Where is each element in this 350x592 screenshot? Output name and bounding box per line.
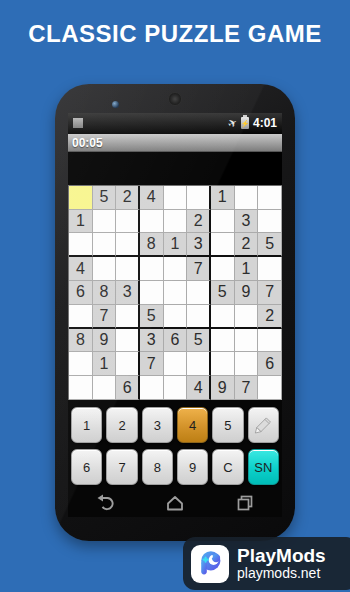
sudoku-cell-r9c9[interactable] <box>258 376 282 400</box>
watermark-app-name: PlayMods <box>237 545 326 566</box>
sudoku-cell-r8c3[interactable] <box>116 352 140 376</box>
sudoku-cell-r8c7[interactable] <box>211 352 235 376</box>
sudoku-cell-r1c1[interactable] <box>69 186 93 210</box>
sudoku-cell-r9c3[interactable]: 6 <box>116 376 140 400</box>
sudoku-cell-r2c9[interactable] <box>258 210 282 234</box>
sudoku-cell-r6c5[interactable] <box>164 305 188 329</box>
sudoku-cell-r3c3[interactable] <box>116 233 140 257</box>
sudoku-cell-r4c9[interactable] <box>258 257 282 281</box>
sudoku-cell-r3c7[interactable] <box>211 233 235 257</box>
sudoku-cell-r6c4[interactable]: 5 <box>140 305 164 329</box>
sudoku-cell-r5c1[interactable]: 6 <box>69 281 93 305</box>
key-8[interactable]: 8 <box>142 449 173 485</box>
front-camera-icon <box>112 101 119 108</box>
sudoku-cell-r5c7[interactable]: 5 <box>211 281 235 305</box>
key-2[interactable]: 2 <box>106 407 137 443</box>
key-7[interactable]: 7 <box>106 449 137 485</box>
sudoku-cell-r8c9[interactable]: 6 <box>258 352 282 376</box>
sudoku-cell-r9c7[interactable]: 9 <box>211 376 235 400</box>
sudoku-cell-r4c3[interactable] <box>116 257 140 281</box>
sudoku-cell-r5c2[interactable]: 8 <box>93 281 117 305</box>
sudoku-cell-r5c5[interactable] <box>164 281 188 305</box>
sudoku-cell-r1c2[interactable]: 5 <box>93 186 117 210</box>
phone-screen: ✈ ⚡ 4:01 00:05 5241123813254716835977528… <box>68 113 282 517</box>
sudoku-cell-r8c4[interactable]: 7 <box>140 352 164 376</box>
game-timer: 00:05 <box>68 134 282 152</box>
pencil-icon <box>253 415 273 435</box>
sudoku-cell-r3c6[interactable]: 3 <box>187 233 211 257</box>
sudoku-cell-r4c4[interactable] <box>140 257 164 281</box>
key-SN[interactable]: SN <box>248 449 279 485</box>
sudoku-cell-r7c8[interactable] <box>235 329 259 353</box>
key-4[interactable]: 4 <box>177 407 208 443</box>
sudoku-cell-r4c1[interactable]: 4 <box>69 257 93 281</box>
sudoku-cell-r9c1[interactable] <box>69 376 93 400</box>
sudoku-cell-r1c4[interactable]: 4 <box>140 186 164 210</box>
earpiece-speaker-icon <box>168 92 182 106</box>
key-9[interactable]: 9 <box>177 449 208 485</box>
sudoku-cell-r8c2[interactable]: 1 <box>93 352 117 376</box>
playmods-logo-icon <box>191 545 229 583</box>
number-keypad: 123456789CSN <box>68 400 282 489</box>
sudoku-cell-r9c2[interactable] <box>93 376 117 400</box>
sudoku-cell-r2c3[interactable] <box>116 210 140 234</box>
phone-frame: ✈ ⚡ 4:01 00:05 5241123813254716835977528… <box>55 84 295 541</box>
sudoku-cell-r7c1[interactable]: 8 <box>69 329 93 353</box>
airplane-mode-icon: ✈ <box>226 116 239 130</box>
key-3[interactable]: 3 <box>142 407 173 443</box>
sudoku-cell-r5c8[interactable]: 9 <box>235 281 259 305</box>
sudoku-cell-r3c9[interactable]: 5 <box>258 233 282 257</box>
sudoku-cell-r4c2[interactable] <box>93 257 117 281</box>
sudoku-cell-r6c8[interactable] <box>235 305 259 329</box>
page-title: CLASSIC PUZZLE GAME <box>0 0 350 48</box>
sudoku-cell-r6c7[interactable] <box>211 305 235 329</box>
sudoku-cell-r5c4[interactable] <box>140 281 164 305</box>
sudoku-cell-r4c5[interactable] <box>164 257 188 281</box>
sudoku-cell-r2c8[interactable]: 3 <box>235 210 259 234</box>
sudoku-cell-r5c3[interactable]: 3 <box>116 281 140 305</box>
sudoku-cell-r5c9[interactable]: 7 <box>258 281 282 305</box>
sudoku-cell-r3c8[interactable]: 2 <box>235 233 259 257</box>
sudoku-cell-r9c8[interactable]: 7 <box>235 376 259 400</box>
sudoku-cell-r4c8[interactable]: 1 <box>235 257 259 281</box>
sudoku-cell-r6c2[interactable]: 7 <box>93 305 117 329</box>
sudoku-cell-r2c7[interactable] <box>211 210 235 234</box>
sudoku-cell-r3c4[interactable]: 8 <box>140 233 164 257</box>
home-button[interactable] <box>165 493 185 513</box>
sudoku-cell-r8c5[interactable] <box>164 352 188 376</box>
android-nav-bar <box>68 489 282 517</box>
key-6[interactable]: 6 <box>71 449 102 485</box>
sudoku-cell-r1c5[interactable] <box>164 186 188 210</box>
sudoku-cell-r8c1[interactable] <box>69 352 93 376</box>
sudoku-cell-r7c3[interactable] <box>116 329 140 353</box>
sudoku-cell-r2c4[interactable] <box>140 210 164 234</box>
sudoku-cell-r6c1[interactable] <box>69 305 93 329</box>
sudoku-cell-r6c3[interactable] <box>116 305 140 329</box>
pencil-key[interactable] <box>248 407 279 443</box>
sudoku-cell-r7c2[interactable]: 9 <box>93 329 117 353</box>
sudoku-cell-r1c7[interactable]: 1 <box>211 186 235 210</box>
sudoku-cell-r6c6[interactable] <box>187 305 211 329</box>
sudoku-cell-r2c5[interactable] <box>164 210 188 234</box>
sudoku-cell-r1c6[interactable] <box>187 186 211 210</box>
sudoku-cell-r2c2[interactable] <box>93 210 117 234</box>
sudoku-cell-r6c9[interactable]: 2 <box>258 305 282 329</box>
page-background: CLASSIC PUZZLE GAME ✈ ⚡ 4:01 00:05 52411… <box>0 0 350 592</box>
sudoku-cell-r3c2[interactable] <box>93 233 117 257</box>
key-C[interactable]: C <box>212 449 243 485</box>
sudoku-cell-r9c4[interactable] <box>140 376 164 400</box>
sudoku-grid: 524112381325471683597752893651766497 <box>68 185 282 400</box>
sudoku-cell-r3c1[interactable] <box>69 233 93 257</box>
sudoku-cell-r9c5[interactable] <box>164 376 188 400</box>
sudoku-cell-r4c7[interactable] <box>211 257 235 281</box>
sudoku-cell-r7c4[interactable]: 3 <box>140 329 164 353</box>
sudoku-cell-r3c5[interactable]: 1 <box>164 233 188 257</box>
sudoku-cell-r1c8[interactable] <box>235 186 259 210</box>
sudoku-cell-r2c1[interactable]: 1 <box>69 210 93 234</box>
sudoku-cell-r5c6[interactable] <box>187 281 211 305</box>
screen-gap <box>68 152 282 185</box>
status-bar: ✈ ⚡ 4:01 <box>68 113 282 134</box>
sudoku-cell-r8c6[interactable] <box>187 352 211 376</box>
sudoku-cell-r7c5[interactable]: 6 <box>164 329 188 353</box>
sudoku-cell-r7c7[interactable] <box>211 329 235 353</box>
key-1[interactable]: 1 <box>71 407 102 443</box>
sudoku-cell-r2c6[interactable]: 2 <box>187 210 211 234</box>
sudoku-cell-r7c6[interactable]: 5 <box>187 329 211 353</box>
sudoku-cell-r1c3[interactable]: 2 <box>116 186 140 210</box>
sudoku-cell-r9c6[interactable]: 4 <box>187 376 211 400</box>
sudoku-cell-r1c9[interactable] <box>258 186 282 210</box>
sudoku-cell-r4c6[interactable]: 7 <box>187 257 211 281</box>
battery-charging-icon: ⚡ <box>241 117 249 129</box>
playmods-watermark[interactable]: PlayMods playmods.net <box>183 537 350 590</box>
recents-button[interactable] <box>235 493 255 513</box>
sudoku-cell-r7c9[interactable] <box>258 329 282 353</box>
key-5[interactable]: 5 <box>212 407 243 443</box>
notification-square-icon <box>73 118 83 128</box>
sudoku-cell-r8c8[interactable] <box>235 352 259 376</box>
status-bar-clock: 4:01 <box>253 116 277 130</box>
watermark-site: playmods.net <box>237 566 326 582</box>
back-button[interactable] <box>95 493 115 513</box>
